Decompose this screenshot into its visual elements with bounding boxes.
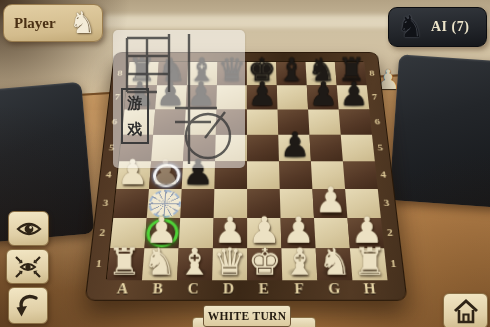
piece-black-pawn[interactable]: ♟ (339, 77, 368, 110)
file-label-g: G (316, 279, 353, 300)
square-e4[interactable] (247, 161, 280, 189)
undo-button[interactable] (8, 287, 48, 324)
player-badge: Player ♞ (3, 4, 103, 42)
file-labels: ABCDEFGH (104, 279, 389, 300)
square-f7[interactable] (277, 85, 308, 109)
square-d1[interactable]: ♛ (212, 248, 247, 280)
file-label-f: F (281, 279, 317, 300)
file-label-c: C (175, 279, 211, 300)
piece-black-pawn[interactable]: ♟ (248, 77, 277, 110)
turn-banner: WHITE TURN (203, 305, 291, 327)
file-label-e: E (246, 279, 282, 300)
piece-black-pawn[interactable]: ♟ (309, 77, 338, 110)
square-g7[interactable]: ♟ (307, 85, 339, 109)
square-h5[interactable] (341, 135, 375, 161)
square-e5[interactable] (247, 135, 279, 161)
watermark-text-box: 游 戏 (121, 88, 149, 144)
square-c1[interactable]: ♝ (177, 248, 213, 280)
focus-eye-icon (13, 254, 43, 280)
square-g5[interactable] (309, 135, 342, 161)
player-badge-label: Player (14, 15, 56, 32)
piece-black-bishop[interactable]: ♝ (278, 53, 307, 85)
square-f1[interactable]: ♝ (281, 248, 317, 280)
square-h7[interactable]: ♟ (337, 85, 370, 109)
undo-icon (15, 292, 41, 319)
ai-badge-label: AI (7) (431, 19, 469, 35)
square-e1[interactable]: ♚ (247, 248, 282, 280)
square-f5[interactable]: ♟ (278, 135, 311, 161)
turn-banner-text: WHITE TURN (208, 310, 287, 322)
chess-app-screen: ♟ 87654321 ♜♞♝♛♚♝♞♜♟♟♟♟♟♟♟♟♟♟♟♟♟♟♟♟♜♞♝♛♚… (0, 0, 490, 327)
piece-white-queen[interactable]: ♛ (213, 243, 246, 280)
square-e7[interactable]: ♟ (247, 85, 278, 109)
square-g6[interactable] (308, 109, 341, 134)
square-f8[interactable]: ♝ (276, 62, 307, 85)
square-g3[interactable]: ♟ (312, 189, 347, 218)
square-h1[interactable]: ♜ (350, 248, 388, 280)
home-icon (452, 298, 480, 324)
square-f4[interactable] (279, 161, 312, 189)
piece-black-pawn[interactable]: ♟ (280, 127, 310, 161)
file-label-a: A (104, 279, 141, 300)
piece-white-rook[interactable]: ♜ (108, 243, 141, 280)
view-eye-button[interactable] (8, 211, 49, 246)
eye-icon (15, 217, 43, 241)
ai-badge: ♞ AI (7) (388, 7, 487, 47)
piece-white-bishop[interactable]: ♝ (178, 243, 211, 280)
piece-white-rook[interactable]: ♜ (353, 243, 386, 280)
focus-view-button[interactable] (6, 249, 49, 284)
square-c3[interactable] (180, 189, 214, 218)
file-label-b: B (139, 279, 176, 300)
watermark-char-top: 游 (128, 94, 143, 113)
watermark-logo: 游 戏 (113, 30, 245, 168)
watermark-char-bottom: 戏 (128, 120, 143, 139)
square-g1[interactable]: ♞ (316, 248, 353, 280)
square-a1[interactable]: ♜ (107, 248, 145, 280)
file-label-h: H (351, 279, 388, 300)
square-e6[interactable] (247, 109, 278, 134)
square-a3[interactable] (113, 189, 149, 218)
home-button[interactable] (443, 293, 488, 327)
piece-white-bishop[interactable]: ♝ (283, 243, 316, 280)
file-label-d: D (211, 279, 247, 300)
piece-white-knight[interactable]: ♞ (143, 243, 176, 280)
piece-white-pawn[interactable]: ♟ (315, 182, 347, 218)
piece-white-knight[interactable]: ♞ (318, 243, 351, 280)
piece-white-king[interactable]: ♚ (248, 243, 281, 280)
black-knight-icon: ♞ (397, 12, 424, 42)
square-h6[interactable] (339, 109, 372, 134)
square-b1[interactable]: ♞ (142, 248, 179, 280)
white-knight-icon: ♞ (69, 8, 96, 38)
square-h4[interactable] (343, 161, 378, 189)
